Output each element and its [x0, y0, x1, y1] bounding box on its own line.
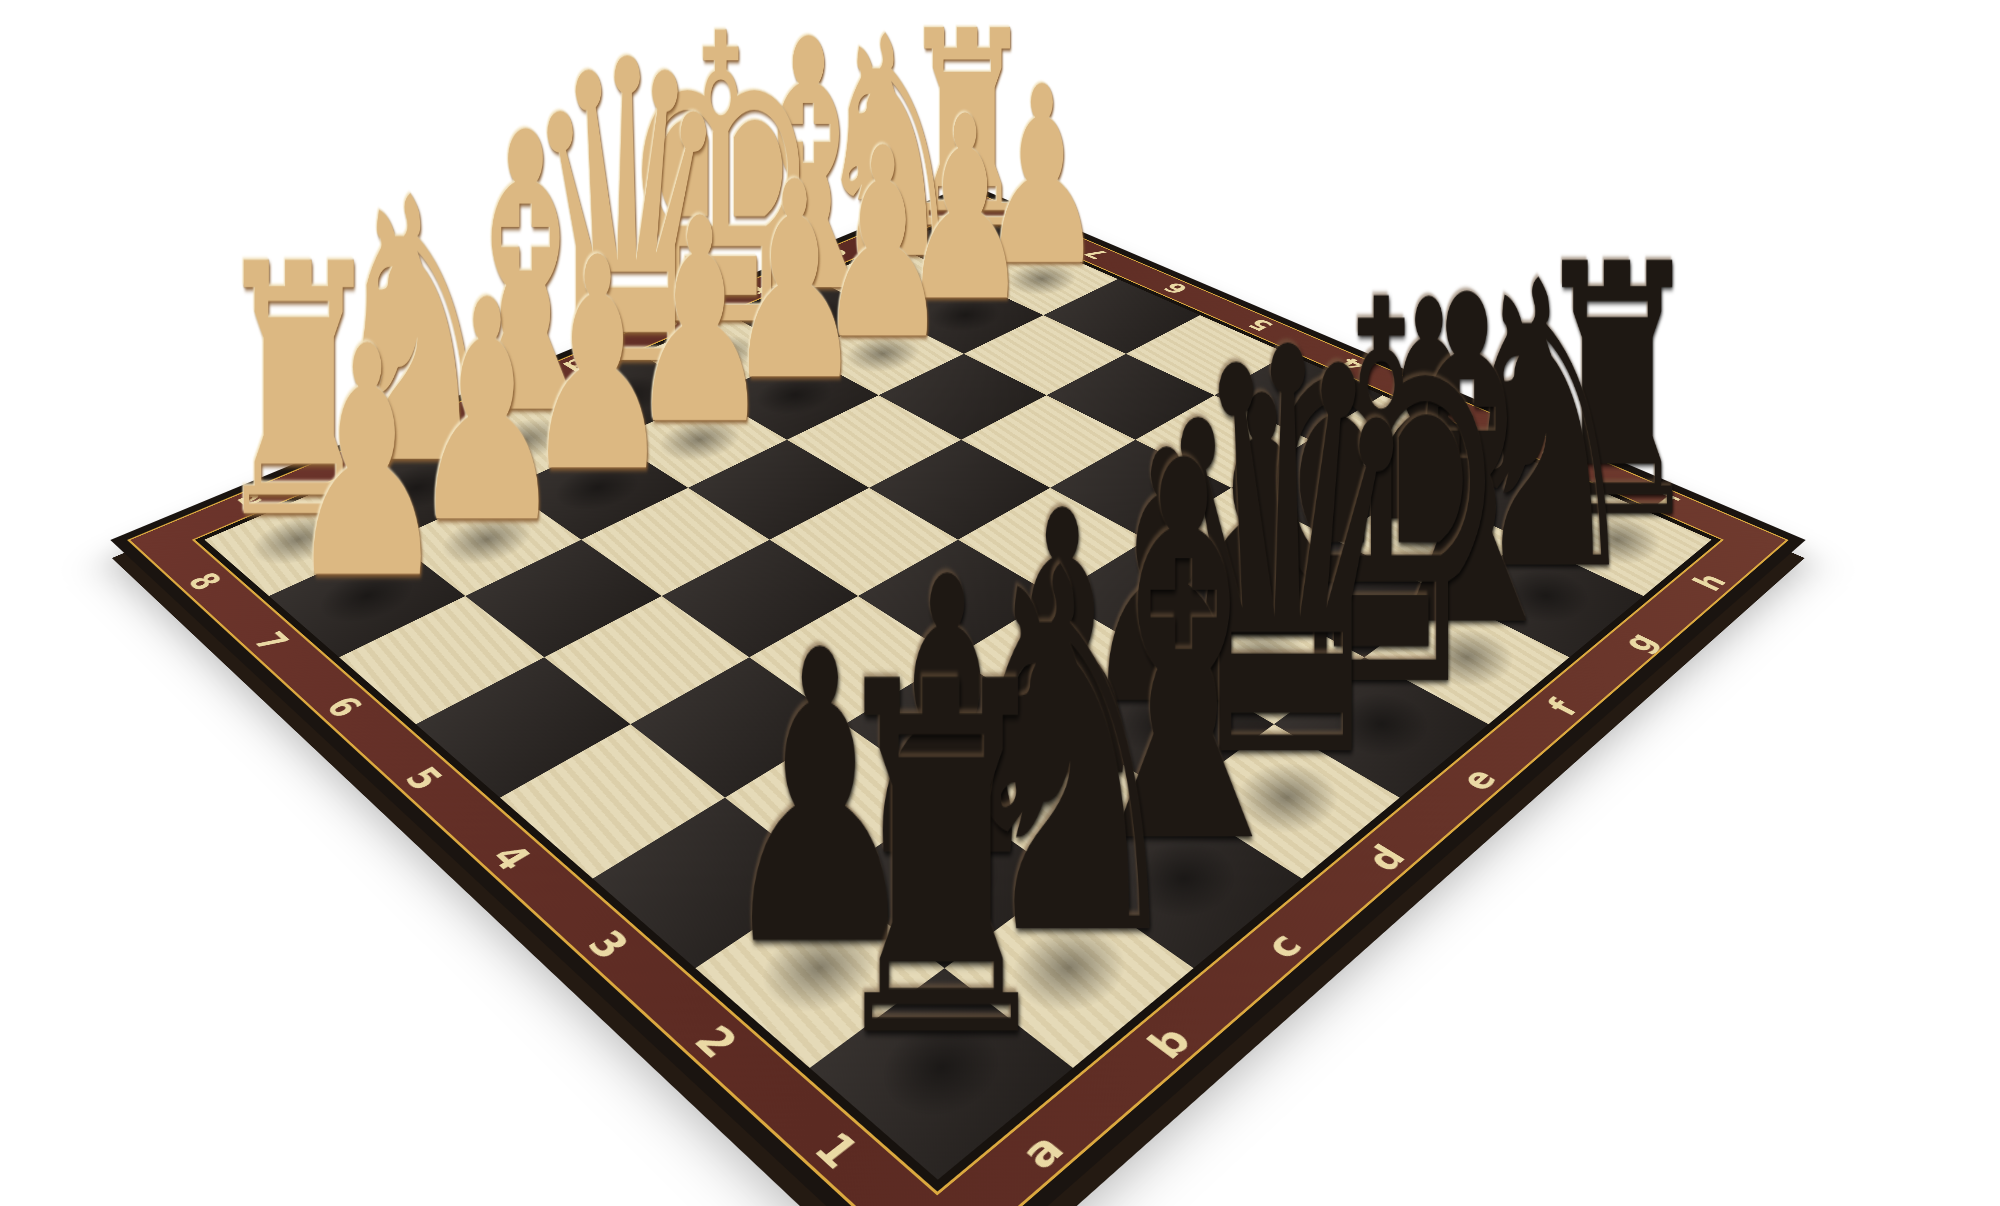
- black-rook-glyph: ♜: [735, 633, 1148, 1093]
- chess-board: 11aa22bb33cc44dd55ee66ff77gg88hh ♜♞♟♝♟♚♟…: [110, 184, 1805, 1206]
- white-pawn-glyph: ♟: [213, 313, 522, 615]
- photo-stage: 11aa22bb33cc44dd55ee66ff77gg88hh ♜♞♟♝♟♚♟…: [0, 0, 2000, 1206]
- board-scene: 11aa22bb33cc44dd55ee66ff77gg88hh ♜♞♟♝♟♚♟…: [0, 0, 2000, 1206]
- board-surface: 11aa22bb33cc44dd55ee66ff77gg88hh ♜♞♟♝♟♚♟…: [110, 184, 1805, 1206]
